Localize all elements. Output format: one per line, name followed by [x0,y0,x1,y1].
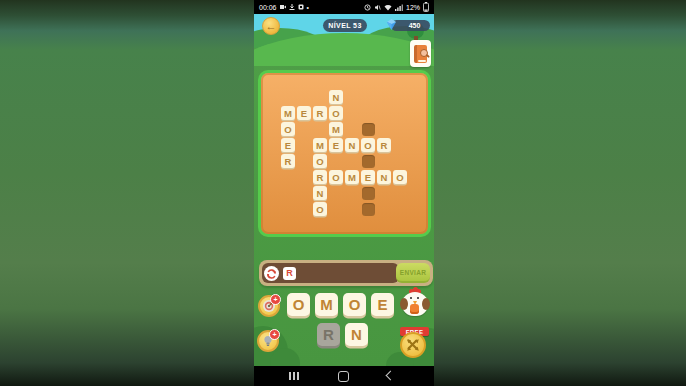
grid-letter-tile: E [360,169,376,185]
grid-letter-tile: O [328,105,344,121]
screen-record-icon [280,4,286,10]
hint-bulb-button[interactable]: + [257,330,279,352]
grid-letter-tile: M [280,105,296,121]
dart-hint-button[interactable]: + [258,295,280,317]
typed-letter-tile: R [283,267,296,280]
grid-void [344,89,360,105]
alarm-icon [364,4,371,11]
grid-void [296,185,312,201]
grid-void [296,153,312,169]
chicken-eye-left [410,297,412,299]
grid-void [392,185,408,201]
empty-slot [360,201,376,217]
app-notification-icon [298,4,304,10]
grid-void [392,105,408,121]
grid-letter-tile: R [312,169,328,185]
grid-void [392,153,408,169]
status-time: 00:06 [259,4,277,11]
level-label: NÍVEL 53 [328,22,361,29]
grid-void [280,185,296,201]
gem-icon [385,18,398,31]
plus-badge: + [269,329,280,340]
tray-letter-n[interactable]: N [345,323,368,346]
grid-void [280,201,296,217]
grid-void [344,185,360,201]
empty-slot [360,185,376,201]
game-area: ← NÍVEL 53 450 NMEROOMEMENORROROMENONO R… [254,14,434,366]
more-notifications-dot: • [307,4,309,11]
grid-void [392,89,408,105]
back-arrow-icon: ← [266,21,277,32]
grid-letter-tile: E [280,137,296,153]
grid-letter-tile: R [376,137,392,153]
tray-letter-e[interactable]: E [371,293,394,316]
tray-letter-r[interactable]: R [317,323,340,346]
grid-void [312,89,328,105]
status-left: 00:06 • [259,4,309,11]
undo-button[interactable] [264,266,279,281]
grid-letter-tile: R [280,153,296,169]
phone-screen: 00:06 • 12% [254,0,434,386]
undo-refresh-icon [266,268,277,279]
grid-void [328,153,344,169]
shuffle-button[interactable] [400,332,426,358]
dictionary-button[interactable] [410,40,431,67]
grid-void [376,201,392,217]
chicken-wing-left [400,298,408,310]
grid-letter-tile: E [296,105,312,121]
grid-letter-tile: N [376,169,392,185]
grid-void [296,137,312,153]
tray-letter-o[interactable]: O [343,293,366,316]
grid-void [376,185,392,201]
grid-void [328,201,344,217]
grid-void [392,121,408,137]
grid-void [376,89,392,105]
grid-void [280,89,296,105]
magnifier-icon [420,49,428,57]
wifi-icon [384,4,392,11]
empty-slot [360,121,376,137]
grid-void [344,201,360,217]
mute-vibrate-icon [374,4,381,11]
typed-letter: R [286,268,293,278]
submit-button[interactable]: ENVIAR [396,263,430,283]
nav-back-button[interactable] [386,371,396,381]
gem-count: 450 [409,22,421,29]
level-badge: NÍVEL 53 [323,19,367,32]
submit-label: ENVIAR [400,269,426,276]
android-status-bar: 00:06 • 12% [254,0,434,14]
grid-void [392,137,408,153]
status-right: 12% [364,2,429,12]
grid-void [392,201,408,217]
recents-button[interactable] [289,372,299,380]
grid-void [296,89,312,105]
chicken-wing-right [422,298,430,310]
grid-letter-tile: N [312,185,328,201]
grid-letter-tile: O [360,137,376,153]
grid-void [296,121,312,137]
grid-void [312,121,328,137]
tray-letter-o[interactable]: O [287,293,310,316]
grid-letter-tile: O [312,201,328,217]
grid-letter-tile: R [312,105,328,121]
video-frame-blurred-background: 00:06 • 12% [0,0,686,386]
battery-percent: 12% [406,4,420,11]
crossword-grid: NMEROOMEMENORROROMENONO [280,89,408,217]
tray-letter-m[interactable]: M [315,293,338,316]
download-icon [289,4,295,10]
grid-void [344,105,360,121]
hill-crest [254,44,434,66]
grid-void [280,169,296,185]
home-button[interactable] [338,371,349,382]
grid-letter-tile: M [312,137,328,153]
shuffle-icon [405,337,421,353]
grid-letter-tile: O [328,169,344,185]
grid-letter-tile: N [344,137,360,153]
grid-void [376,105,392,121]
grid-letter-tile: M [328,121,344,137]
grid-letter-tile: O [312,153,328,169]
plus-badge: + [270,294,281,305]
grid-letter-tile: N [328,89,344,105]
grid-letter-tile: E [328,137,344,153]
signal-bars-icon [395,4,403,11]
grid-letter-tile: O [280,121,296,137]
grid-letter-tile: O [392,169,408,185]
grid-void [360,105,376,121]
battery-icon [423,2,429,12]
bush-left-small [270,348,300,366]
dictionary-book-icon [414,45,427,63]
chicken-eye-right [417,297,419,299]
grid-void [376,153,392,169]
reward-item [410,304,419,314]
grid-letter-tile: M [344,169,360,185]
grid-void [376,121,392,137]
grid-void [344,153,360,169]
word-input-bar: R ENVIAR [259,260,433,286]
android-nav-bar [254,366,434,386]
grid-void [328,185,344,201]
empty-slot [360,153,376,169]
grid-void [296,201,312,217]
grid-void [360,89,376,105]
free-reward-chicken-button[interactable]: FREE [399,286,431,330]
back-button[interactable]: ← [262,17,280,35]
grid-void [296,169,312,185]
grid-void [344,121,360,137]
